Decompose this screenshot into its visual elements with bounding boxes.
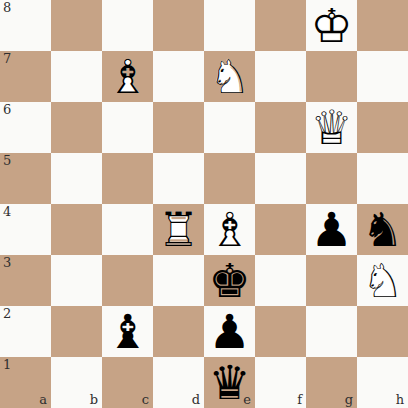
square-f8[interactable] (255, 0, 306, 51)
white-bishop-outline: ♗ (204, 204, 255, 255)
square-a8[interactable]: 8 (0, 0, 51, 51)
square-h2[interactable] (357, 306, 408, 357)
rank-label-5: 5 (3, 153, 11, 169)
rank-label-6: 6 (3, 102, 11, 118)
file-label-c: c (142, 392, 149, 408)
black-king-glyph: ♚ (204, 255, 255, 306)
white-knight-outline: ♘ (204, 51, 255, 102)
square-a5[interactable]: 5 (0, 153, 51, 204)
file-label-a: a (39, 392, 47, 408)
rank-label-7: 7 (3, 51, 11, 67)
square-d1[interactable]: d (153, 357, 204, 408)
black-bishop-glyph: ♝ (102, 306, 153, 357)
square-f3[interactable] (255, 255, 306, 306)
square-e2[interactable]: ♟ (204, 306, 255, 357)
file-label-f: f (297, 392, 302, 408)
chess-board: 8♚♔7♝♗♞♘6♛♕54♜♖♝♗♟♞3♚♞♘2♝♟1abcde♛fgh (0, 0, 408, 408)
square-f1[interactable]: f (255, 357, 306, 408)
rank-label-8: 8 (3, 0, 11, 16)
white-bishop-outline: ♗ (102, 51, 153, 102)
square-f6[interactable] (255, 102, 306, 153)
square-d2[interactable] (153, 306, 204, 357)
square-f7[interactable] (255, 51, 306, 102)
square-g4[interactable]: ♟ (306, 204, 357, 255)
square-b1[interactable]: b (51, 357, 102, 408)
white-rook[interactable]: ♜♖ (153, 204, 204, 255)
square-a1[interactable]: 1a (0, 357, 51, 408)
square-h1[interactable]: h (357, 357, 408, 408)
square-c4[interactable] (102, 204, 153, 255)
square-h6[interactable] (357, 102, 408, 153)
white-bishop[interactable]: ♝♗ (102, 51, 153, 102)
square-c2[interactable]: ♝ (102, 306, 153, 357)
square-b3[interactable] (51, 255, 102, 306)
square-g3[interactable] (306, 255, 357, 306)
black-queen-glyph: ♛ (204, 357, 255, 408)
square-a4[interactable]: 4 (0, 204, 51, 255)
square-e4[interactable]: ♝♗ (204, 204, 255, 255)
square-d3[interactable] (153, 255, 204, 306)
black-king[interactable]: ♚ (204, 255, 255, 306)
square-d7[interactable] (153, 51, 204, 102)
white-knight[interactable]: ♞♘ (204, 51, 255, 102)
chessboard-screenshot: 8♚♔7♝♗♞♘6♛♕54♜♖♝♗♟♞3♚♞♘2♝♟1abcde♛fgh (0, 0, 408, 408)
square-d8[interactable] (153, 0, 204, 51)
square-h8[interactable] (357, 0, 408, 51)
square-b8[interactable] (51, 0, 102, 51)
square-h7[interactable] (357, 51, 408, 102)
square-c6[interactable] (102, 102, 153, 153)
black-knight-glyph: ♞ (357, 204, 408, 255)
black-pawn-glyph: ♟ (306, 204, 357, 255)
black-knight[interactable]: ♞ (357, 204, 408, 255)
white-king[interactable]: ♚♔ (306, 0, 357, 51)
square-h4[interactable]: ♞ (357, 204, 408, 255)
square-e8[interactable] (204, 0, 255, 51)
black-bishop[interactable]: ♝ (102, 306, 153, 357)
square-d5[interactable] (153, 153, 204, 204)
black-pawn[interactable]: ♟ (306, 204, 357, 255)
square-g7[interactable] (306, 51, 357, 102)
square-f5[interactable] (255, 153, 306, 204)
square-e3[interactable]: ♚ (204, 255, 255, 306)
square-g1[interactable]: g (306, 357, 357, 408)
white-queen[interactable]: ♛♕ (306, 102, 357, 153)
square-g2[interactable] (306, 306, 357, 357)
square-c1[interactable]: c (102, 357, 153, 408)
square-c8[interactable] (102, 0, 153, 51)
rank-label-2: 2 (3, 306, 11, 322)
black-pawn-glyph: ♟ (204, 306, 255, 357)
square-a3[interactable]: 3 (0, 255, 51, 306)
square-f4[interactable] (255, 204, 306, 255)
file-label-g: g (345, 392, 353, 408)
square-f2[interactable] (255, 306, 306, 357)
square-d6[interactable] (153, 102, 204, 153)
white-king-outline: ♔ (306, 0, 357, 51)
square-g8[interactable]: ♚♔ (306, 0, 357, 51)
square-b5[interactable] (51, 153, 102, 204)
square-b2[interactable] (51, 306, 102, 357)
square-g5[interactable] (306, 153, 357, 204)
square-e5[interactable] (204, 153, 255, 204)
file-label-d: d (192, 392, 200, 408)
square-a2[interactable]: 2 (0, 306, 51, 357)
square-d4[interactable]: ♜♖ (153, 204, 204, 255)
file-label-h: h (396, 392, 404, 408)
rank-label-1: 1 (3, 357, 11, 373)
square-c3[interactable] (102, 255, 153, 306)
rank-label-3: 3 (3, 255, 11, 271)
square-e1[interactable]: e♛ (204, 357, 255, 408)
square-e6[interactable] (204, 102, 255, 153)
square-g6[interactable]: ♛♕ (306, 102, 357, 153)
white-knight-outline: ♘ (357, 255, 408, 306)
rank-label-4: 4 (3, 204, 11, 220)
square-b4[interactable] (51, 204, 102, 255)
file-label-b: b (90, 392, 98, 408)
black-queen[interactable]: ♛ (204, 357, 255, 408)
white-queen-outline: ♕ (306, 102, 357, 153)
white-bishop[interactable]: ♝♗ (204, 204, 255, 255)
square-a7[interactable]: 7 (0, 51, 51, 102)
square-c7[interactable]: ♝♗ (102, 51, 153, 102)
square-a6[interactable]: 6 (0, 102, 51, 153)
square-h5[interactable] (357, 153, 408, 204)
square-h3[interactable]: ♞♘ (357, 255, 408, 306)
square-b6[interactable] (51, 102, 102, 153)
square-e7[interactable]: ♞♘ (204, 51, 255, 102)
white-rook-outline: ♖ (153, 204, 204, 255)
black-pawn[interactable]: ♟ (204, 306, 255, 357)
white-knight[interactable]: ♞♘ (357, 255, 408, 306)
square-b7[interactable] (51, 51, 102, 102)
square-c5[interactable] (102, 153, 153, 204)
